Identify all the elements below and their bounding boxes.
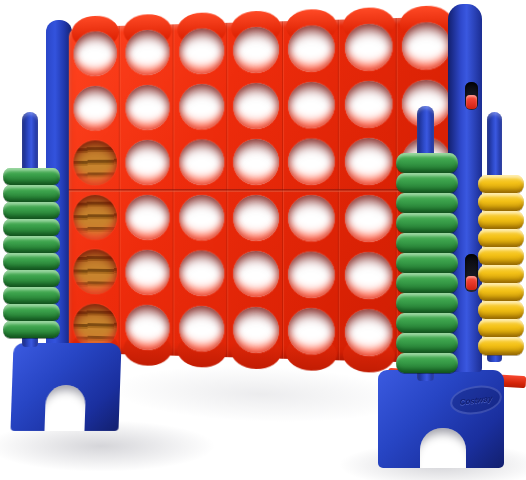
empty-hole: [126, 140, 170, 185]
board-cell-r1-c3[interactable]: [174, 23, 228, 80]
hole-showing-stored-rings: [73, 140, 116, 185]
board-cell-r5-c3[interactable]: [174, 245, 228, 301]
green-ring[interactable]: [396, 293, 458, 313]
yellow-ring[interactable]: [478, 229, 524, 247]
board-cell-r1-c2[interactable]: [121, 24, 174, 80]
green-ring[interactable]: [3, 202, 60, 219]
right-foot: Costway: [378, 370, 504, 468]
empty-hole: [179, 139, 224, 185]
green-ring[interactable]: [396, 193, 458, 213]
board-cell-r2-c4[interactable]: [229, 77, 284, 134]
board-cell-r3-c3[interactable]: [174, 134, 228, 190]
empty-hole: [288, 251, 335, 298]
board-cell-r6-c6[interactable]: [340, 304, 397, 362]
empty-hole: [345, 252, 393, 300]
empty-hole: [288, 308, 335, 356]
green-ring[interactable]: [3, 304, 60, 321]
green-ring[interactable]: [396, 253, 458, 273]
empty-hole: [233, 139, 279, 185]
middle-release-slider-knob[interactable]: [466, 276, 477, 290]
yellow-ring[interactable]: [478, 337, 524, 355]
board-cell-r4-c1[interactable]: [69, 190, 121, 245]
green-ring[interactable]: [3, 270, 60, 287]
costway-badge: Costway: [450, 383, 502, 417]
green-ring[interactable]: [3, 287, 60, 304]
green-ring[interactable]: [3, 236, 60, 253]
yellow-ring[interactable]: [478, 265, 524, 283]
board-cell-r1-c6[interactable]: [340, 18, 397, 76]
board-cell-r6-c3[interactable]: [174, 300, 228, 357]
green-ring[interactable]: [3, 253, 60, 270]
board-cell-r5-c5[interactable]: [284, 246, 340, 303]
empty-hole: [288, 138, 335, 185]
board-cell-r3-c5[interactable]: [284, 133, 340, 190]
board-cell-r4-c4[interactable]: [229, 190, 284, 246]
left-ring-stack: [3, 168, 60, 338]
green-ring[interactable]: [3, 219, 60, 236]
green-ring[interactable]: [396, 313, 458, 333]
yellow-ring[interactable]: [478, 175, 524, 193]
empty-hole: [345, 138, 393, 185]
top-release-slider-knob[interactable]: [466, 95, 477, 109]
green-ring[interactable]: [396, 353, 458, 373]
empty-hole: [288, 195, 335, 242]
empty-hole: [233, 307, 279, 354]
board-cell-r5-c1[interactable]: [69, 244, 121, 299]
empty-hole: [73, 31, 116, 77]
yellow-ring[interactable]: [478, 211, 524, 229]
left-foot-arch: [44, 385, 86, 431]
empty-hole: [179, 195, 224, 241]
green-ring[interactable]: [396, 233, 458, 253]
empty-hole: [345, 23, 393, 71]
yellow-ring[interactable]: [478, 193, 524, 211]
costway-badge-text: Costway: [460, 393, 493, 406]
empty-hole: [126, 29, 170, 75]
green-ring[interactable]: [3, 321, 60, 338]
board-cell-r5-c6[interactable]: [340, 247, 397, 305]
empty-hole: [126, 195, 170, 240]
empty-hole: [233, 26, 279, 73]
empty-hole: [345, 81, 393, 129]
board-cell-r2-c1[interactable]: [69, 81, 121, 136]
empty-hole: [179, 305, 224, 352]
board-cell-r4-c5[interactable]: [284, 190, 340, 247]
empty-hole: [126, 250, 170, 296]
board-cell-r2-c3[interactable]: [174, 79, 228, 135]
green-ring[interactable]: [396, 333, 458, 353]
board-cell-r2-c5[interactable]: [284, 76, 340, 133]
board-cell-r2-c2[interactable]: [121, 80, 174, 136]
board-cell-r5-c4[interactable]: [229, 246, 284, 303]
right-foot-arch: [420, 428, 466, 468]
board-cell-r1-c5[interactable]: [284, 20, 340, 78]
green-ring[interactable]: [396, 153, 458, 173]
yellow-ring[interactable]: [478, 319, 524, 337]
empty-hole: [73, 86, 116, 131]
board-cell-r3-c6[interactable]: [340, 133, 397, 190]
board-cell-r4-c3[interactable]: [174, 190, 228, 246]
board-cell-r1-c7[interactable]: [397, 16, 455, 75]
empty-hole: [233, 83, 279, 130]
empty-hole: [179, 84, 224, 130]
right-yellow-ring-stack: [478, 175, 524, 355]
empty-hole: [288, 82, 335, 129]
board-cell-r2-c6[interactable]: [340, 75, 397, 133]
green-ring[interactable]: [396, 213, 458, 233]
board-cell-r3-c1[interactable]: [69, 135, 121, 190]
empty-hole: [126, 304, 170, 350]
green-ring[interactable]: [3, 185, 60, 202]
empty-hole: [233, 195, 279, 241]
board-cell-r3-c2[interactable]: [121, 135, 174, 190]
empty-hole: [179, 28, 224, 75]
yellow-ring[interactable]: [478, 247, 524, 265]
empty-hole: [345, 195, 393, 242]
board-cell-r6-c2[interactable]: [121, 299, 174, 355]
empty-hole: [345, 309, 393, 357]
green-ring[interactable]: [396, 273, 458, 293]
green-ring[interactable]: [396, 173, 458, 193]
empty-hole: [402, 22, 450, 70]
yellow-ring[interactable]: [478, 301, 524, 319]
empty-hole: [233, 251, 279, 298]
board-cell-r1-c1[interactable]: [69, 26, 121, 82]
hole-showing-stored-rings: [73, 249, 116, 294]
hole-showing-stored-rings: [73, 195, 116, 240]
board-cell-r1-c4[interactable]: [229, 21, 284, 78]
board-cell-r6-c5[interactable]: [284, 303, 340, 361]
board-cell-r4-c2[interactable]: [121, 190, 174, 245]
left-foot: [10, 343, 121, 431]
board-cell-r6-c4[interactable]: [229, 301, 284, 358]
board-cell-r5-c2[interactable]: [121, 245, 174, 301]
board-cell-r3-c4[interactable]: [229, 134, 284, 190]
empty-hole: [126, 85, 170, 131]
yellow-ring[interactable]: [478, 283, 524, 301]
board-cell-r4-c6[interactable]: [340, 190, 397, 247]
right-green-ring-stack: [396, 153, 458, 373]
empty-hole: [179, 250, 224, 296]
green-ring[interactable]: [3, 168, 60, 185]
giant-connect-four-scene: Costway: [0, 0, 526, 480]
empty-hole: [288, 25, 335, 73]
